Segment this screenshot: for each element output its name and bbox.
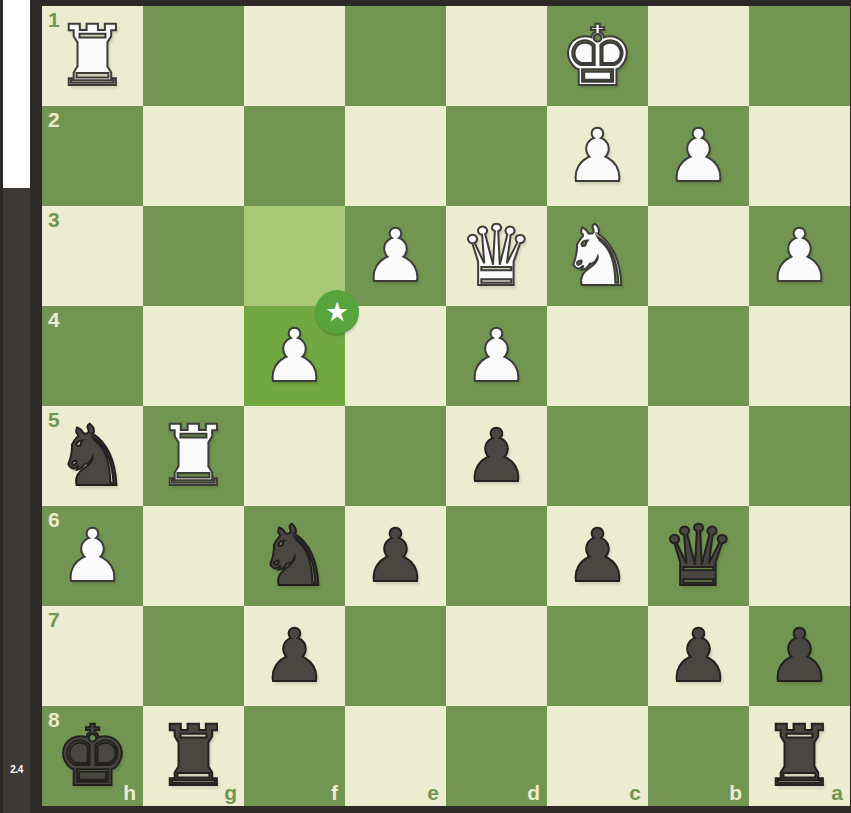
piece-black-knight-h5[interactable]: ♞ <box>42 406 143 506</box>
piece-white-pawn-h6[interactable]: ♟ <box>42 506 143 606</box>
square-d2[interactable] <box>446 106 547 206</box>
square-c1[interactable]: ♚ <box>547 6 648 106</box>
square-a7[interactable]: ♟ <box>749 606 850 706</box>
piece-white-knight-c3[interactable]: ♞ <box>547 206 648 306</box>
square-a8[interactable]: a♜ <box>749 706 850 806</box>
piece-black-pawn-b7[interactable]: ♟ <box>648 606 749 706</box>
square-h1[interactable]: 1♜ <box>42 6 143 106</box>
square-g4[interactable] <box>143 306 244 406</box>
eval-bar-white-section <box>3 0 30 188</box>
piece-black-pawn-e6[interactable]: ♟ <box>345 506 446 606</box>
square-a3[interactable]: ♟ <box>749 206 850 306</box>
square-b4[interactable] <box>648 306 749 406</box>
square-g3[interactable] <box>143 206 244 306</box>
square-d8[interactable]: d <box>446 706 547 806</box>
square-d3[interactable]: ♛ <box>446 206 547 306</box>
square-f8[interactable]: f <box>244 706 345 806</box>
eval-score: 2.4 <box>3 764 30 775</box>
square-a1[interactable] <box>749 6 850 106</box>
square-f1[interactable] <box>244 6 345 106</box>
piece-black-queen-b6[interactable]: ♛ <box>648 506 749 606</box>
square-c6[interactable]: ♟ <box>547 506 648 606</box>
piece-black-king-h8[interactable]: ♚ <box>42 706 143 806</box>
square-b2[interactable]: ♟ <box>648 106 749 206</box>
file-label-d: d <box>527 782 540 803</box>
rank-label-4: 4 <box>48 309 60 330</box>
piece-white-pawn-a3[interactable]: ♟ <box>749 206 850 306</box>
piece-white-pawn-e3[interactable]: ♟ <box>345 206 446 306</box>
square-h4[interactable]: 4 <box>42 306 143 406</box>
file-label-e: e <box>427 782 439 803</box>
square-c8[interactable]: c <box>547 706 648 806</box>
piece-black-rook-g8[interactable]: ♜ <box>143 706 244 806</box>
square-e8[interactable]: e <box>345 706 446 806</box>
piece-white-king-c1[interactable]: ♚ <box>547 6 648 106</box>
square-e6[interactable]: ♟ <box>345 506 446 606</box>
eval-bar: 2.4 <box>3 0 30 813</box>
piece-white-rook-g5[interactable]: ♜ <box>143 406 244 506</box>
file-label-f: f <box>331 782 338 803</box>
square-h3[interactable]: 3 <box>42 206 143 306</box>
square-c4[interactable] <box>547 306 648 406</box>
square-c3[interactable]: ♞ <box>547 206 648 306</box>
best-move-star-badge: ★ <box>315 290 359 334</box>
piece-black-knight-f6[interactable]: ♞ <box>244 506 345 606</box>
rank-label-3: 3 <box>48 209 60 230</box>
square-d7[interactable] <box>446 606 547 706</box>
square-a6[interactable] <box>749 506 850 606</box>
square-f6[interactable]: ♞ <box>244 506 345 606</box>
square-b3[interactable] <box>648 206 749 306</box>
piece-black-pawn-d5[interactable]: ♟ <box>446 406 547 506</box>
square-g8[interactable]: g♜ <box>143 706 244 806</box>
square-c5[interactable] <box>547 406 648 506</box>
analysis-stage: 2.4 1♜♚2♟♟3♟♛♞♟4♟♟5♞♜♟6♟♞♟♟♛7♟♟♟8h♚g♜fed… <box>0 0 851 813</box>
piece-black-pawn-a7[interactable]: ♟ <box>749 606 850 706</box>
square-e1[interactable] <box>345 6 446 106</box>
rank-label-7: 7 <box>48 609 60 630</box>
square-b5[interactable] <box>648 406 749 506</box>
square-a4[interactable] <box>749 306 850 406</box>
square-f2[interactable] <box>244 106 345 206</box>
square-b8[interactable]: b <box>648 706 749 806</box>
piece-black-pawn-c6[interactable]: ♟ <box>547 506 648 606</box>
square-d5[interactable]: ♟ <box>446 406 547 506</box>
rank-label-2: 2 <box>48 109 60 130</box>
star-icon: ★ <box>325 298 349 325</box>
square-h7[interactable]: 7 <box>42 606 143 706</box>
chess-board: 1♜♚2♟♟3♟♛♞♟4♟♟5♞♜♟6♟♞♟♟♛7♟♟♟8h♚g♜fedcba♜… <box>42 6 850 806</box>
square-a5[interactable] <box>749 406 850 506</box>
square-c7[interactable] <box>547 606 648 706</box>
square-g2[interactable] <box>143 106 244 206</box>
piece-white-queen-d3[interactable]: ♛ <box>446 206 547 306</box>
square-f7[interactable]: ♟ <box>244 606 345 706</box>
square-b7[interactable]: ♟ <box>648 606 749 706</box>
square-g7[interactable] <box>143 606 244 706</box>
square-b6[interactable]: ♛ <box>648 506 749 606</box>
square-a2[interactable] <box>749 106 850 206</box>
square-b1[interactable] <box>648 6 749 106</box>
file-label-c: c <box>629 782 641 803</box>
piece-white-rook-h1[interactable]: ♜ <box>42 6 143 106</box>
square-d4[interactable]: ♟ <box>446 306 547 406</box>
square-d1[interactable] <box>446 6 547 106</box>
square-h5[interactable]: 5♞ <box>42 406 143 506</box>
square-e7[interactable] <box>345 606 446 706</box>
square-e2[interactable] <box>345 106 446 206</box>
square-g5[interactable]: ♜ <box>143 406 244 506</box>
square-h6[interactable]: 6♟ <box>42 506 143 606</box>
square-d6[interactable] <box>446 506 547 606</box>
square-c2[interactable]: ♟ <box>547 106 648 206</box>
square-e3[interactable]: ♟ <box>345 206 446 306</box>
piece-white-pawn-d4[interactable]: ♟ <box>446 306 547 406</box>
square-f5[interactable] <box>244 406 345 506</box>
square-e5[interactable] <box>345 406 446 506</box>
piece-black-pawn-f7[interactable]: ♟ <box>244 606 345 706</box>
square-g1[interactable] <box>143 6 244 106</box>
square-g6[interactable] <box>143 506 244 606</box>
file-label-b: b <box>729 782 742 803</box>
square-h8[interactable]: 8h♚ <box>42 706 143 806</box>
piece-white-pawn-c2[interactable]: ♟ <box>547 106 648 206</box>
piece-white-pawn-b2[interactable]: ♟ <box>648 106 749 206</box>
square-h2[interactable]: 2 <box>42 106 143 206</box>
square-e4[interactable] <box>345 306 446 406</box>
piece-black-rook-a8[interactable]: ♜ <box>749 706 850 806</box>
